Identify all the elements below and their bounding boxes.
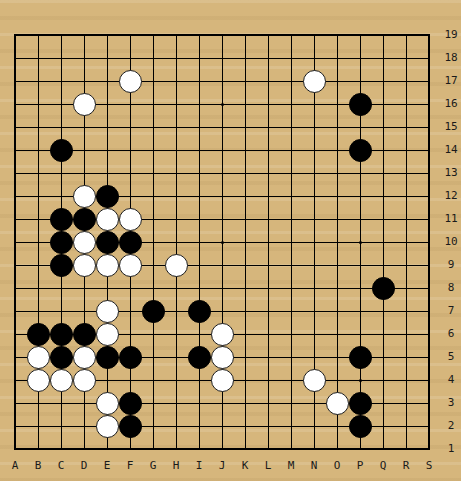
column-label: A <box>6 459 24 473</box>
black-stone <box>372 277 395 300</box>
grid-line-vertical <box>406 36 407 448</box>
white-stone <box>27 346 50 369</box>
column-label: K <box>236 459 254 473</box>
row-label: 5 <box>439 350 461 364</box>
go-board-screen: ABCDEFGHIJKLMNOPQRS191817161514131211109… <box>0 0 461 481</box>
column-label: E <box>98 459 116 473</box>
white-stone <box>96 254 119 277</box>
white-stone <box>165 254 188 277</box>
row-label: 12 <box>439 189 461 203</box>
column-label: C <box>52 459 70 473</box>
black-stone <box>349 415 372 438</box>
black-stone <box>349 392 372 415</box>
white-stone <box>96 323 119 346</box>
black-stone <box>73 323 96 346</box>
column-label: G <box>144 459 162 473</box>
black-stone <box>73 208 96 231</box>
row-label: 4 <box>439 373 461 387</box>
column-label: H <box>167 459 185 473</box>
white-stone <box>211 323 234 346</box>
black-stone <box>50 208 73 231</box>
black-stone <box>188 346 211 369</box>
white-stone <box>27 369 50 392</box>
white-stone <box>303 369 326 392</box>
black-stone <box>96 346 119 369</box>
black-stone <box>349 139 372 162</box>
column-label: J <box>213 459 231 473</box>
row-label: 2 <box>439 419 461 433</box>
grid-line-vertical <box>245 36 246 448</box>
black-stone <box>349 93 372 116</box>
black-stone <box>119 346 142 369</box>
row-label: 14 <box>439 143 461 157</box>
white-stone <box>96 208 119 231</box>
row-label: 6 <box>439 327 461 341</box>
black-stone <box>349 346 372 369</box>
grid-line-vertical <box>383 36 384 448</box>
star-point <box>221 103 224 106</box>
star-point <box>221 241 224 244</box>
white-stone <box>303 70 326 93</box>
column-label: F <box>121 459 139 473</box>
black-stone <box>119 392 142 415</box>
grid-line-vertical <box>337 36 338 448</box>
white-stone <box>73 231 96 254</box>
black-stone <box>119 231 142 254</box>
black-stone <box>50 323 73 346</box>
column-label: D <box>75 459 93 473</box>
white-stone <box>96 415 119 438</box>
row-label: 15 <box>439 120 461 134</box>
grid-line-horizontal <box>16 288 428 289</box>
white-stone <box>73 93 96 116</box>
white-stone <box>73 346 96 369</box>
column-label: Q <box>374 459 392 473</box>
column-label: I <box>190 459 208 473</box>
black-stone <box>50 139 73 162</box>
white-stone <box>119 208 142 231</box>
row-label: 13 <box>439 166 461 180</box>
column-label: B <box>29 459 47 473</box>
row-label: 8 <box>439 281 461 295</box>
black-stone <box>142 300 165 323</box>
black-stone <box>50 254 73 277</box>
grid-line-vertical <box>291 36 292 448</box>
column-label: P <box>351 459 369 473</box>
black-stone <box>188 300 211 323</box>
row-label: 10 <box>439 235 461 249</box>
row-label: 11 <box>439 212 461 226</box>
white-stone <box>96 300 119 323</box>
white-stone <box>326 392 349 415</box>
column-label: M <box>282 459 300 473</box>
white-stone <box>96 392 119 415</box>
black-stone <box>96 185 119 208</box>
row-label: 7 <box>439 304 461 318</box>
white-stone <box>211 369 234 392</box>
black-stone <box>119 415 142 438</box>
row-label: 3 <box>439 396 461 410</box>
grid-line-horizontal <box>16 311 428 312</box>
row-label: 1 <box>439 442 461 456</box>
white-stone <box>73 254 96 277</box>
column-label: O <box>328 459 346 473</box>
black-stone <box>50 346 73 369</box>
row-label: 16 <box>439 97 461 111</box>
column-label: N <box>305 459 323 473</box>
row-label: 19 <box>439 28 461 42</box>
grid-line-vertical <box>268 36 269 448</box>
white-stone <box>119 70 142 93</box>
column-label: R <box>397 459 415 473</box>
star-point <box>359 241 362 244</box>
black-stone <box>27 323 50 346</box>
column-label: S <box>420 459 438 473</box>
white-stone <box>73 369 96 392</box>
white-stone <box>211 346 234 369</box>
row-label: 18 <box>439 51 461 65</box>
white-stone <box>50 369 73 392</box>
goban[interactable]: ABCDEFGHIJKLMNOPQRS191817161514131211109… <box>0 0 461 481</box>
star-point <box>359 379 362 382</box>
column-label: L <box>259 459 277 473</box>
white-stone <box>119 254 142 277</box>
black-stone <box>50 231 73 254</box>
black-stone <box>96 231 119 254</box>
white-stone <box>73 185 96 208</box>
row-label: 17 <box>439 74 461 88</box>
row-label: 9 <box>439 258 461 272</box>
